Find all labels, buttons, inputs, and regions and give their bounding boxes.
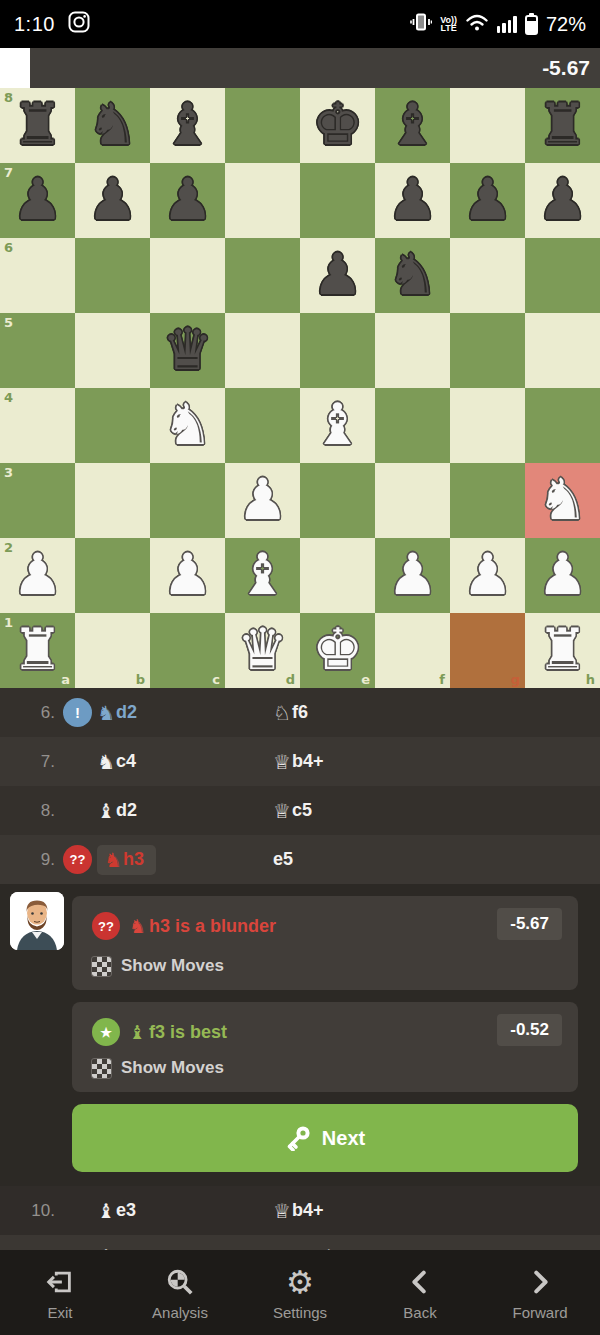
next-button[interactable]: Next: [72, 1104, 578, 1172]
instagram-notification-icon: [67, 10, 91, 38]
black-knight[interactable]: ♞: [75, 88, 150, 163]
white-knight[interactable]: ♞: [150, 388, 225, 463]
square-a6[interactable]: 6: [0, 238, 75, 313]
nav-item-exit[interactable]: Exit: [0, 1250, 120, 1335]
move-list: 6.!♞d2♘f67.♞c4♕b4+8.♝d2♕c59.??♞h3e5: [0, 688, 600, 884]
move-text: e5: [273, 849, 293, 870]
square-f2[interactable]: ♟: [375, 538, 450, 613]
square-h5[interactable]: [525, 313, 600, 388]
move-text: h3: [123, 849, 144, 870]
best-eval-badge: -0.52: [497, 1014, 562, 1046]
partial-move-row: ♝ ♛: [0, 1235, 600, 1250]
square-h2[interactable]: ♟: [525, 538, 600, 613]
white-move[interactable]: ♞c4: [97, 737, 136, 786]
forward-icon: [525, 1266, 555, 1298]
file-label-f: f: [439, 672, 445, 687]
square-f5[interactable]: [375, 313, 450, 388]
show-moves-button[interactable]: Show Moves: [92, 1058, 224, 1078]
square-a4[interactable]: 4: [0, 388, 75, 463]
best-move-star-icon: ★: [92, 1018, 120, 1046]
square-d6[interactable]: [225, 238, 300, 313]
white-pawn[interactable]: ♟: [525, 538, 600, 613]
move-text: c4: [116, 751, 136, 772]
square-c7[interactable]: ♟: [150, 163, 225, 238]
player-avatar: [10, 892, 64, 950]
nav-label: Exit: [47, 1304, 72, 1321]
square-c3[interactable]: [150, 463, 225, 538]
white-bishop[interactable]: ♝: [300, 388, 375, 463]
white-king[interactable]: ♚: [300, 613, 375, 688]
square-a7[interactable]: 7♟: [0, 163, 75, 238]
square-d3[interactable]: ♟: [225, 463, 300, 538]
square-d4[interactable]: [225, 388, 300, 463]
mini-board-icon: [92, 1059, 111, 1078]
move-number: 7.: [0, 737, 55, 786]
square-b2[interactable]: [75, 538, 150, 613]
bottom-navigation: ExitAnalysis⚙SettingsBackForward: [0, 1250, 600, 1335]
square-c4[interactable]: ♞: [150, 388, 225, 463]
evaluation-score: -5.67: [542, 48, 590, 88]
move-classification-icon: ??: [63, 845, 92, 874]
square-e6[interactable]: ♟: [300, 238, 375, 313]
square-g3[interactable]: [450, 463, 525, 538]
white-pawn[interactable]: ♟: [0, 538, 75, 613]
black-pawn[interactable]: ♟: [300, 238, 375, 313]
square-c6[interactable]: [150, 238, 225, 313]
white-pawn[interactable]: ♟: [450, 538, 525, 613]
knight-icon: ♞: [129, 915, 146, 937]
back-icon: [405, 1266, 435, 1298]
white-pawn[interactable]: ♟: [225, 463, 300, 538]
piece-icon: ♞: [104, 848, 122, 872]
evaluation-white-share: [0, 48, 30, 88]
black-bishop[interactable]: ♝: [150, 88, 225, 163]
black-pawn[interactable]: ♟: [375, 163, 450, 238]
square-e7[interactable]: [300, 163, 375, 238]
white-move[interactable]: ♞d2: [97, 688, 137, 737]
square-a1[interactable]: 1a♜: [0, 613, 75, 688]
clock-time: 1:10: [14, 13, 55, 36]
rank-label-3: 3: [4, 465, 13, 480]
key-icon: [285, 1125, 311, 1151]
square-a5[interactable]: 5: [0, 313, 75, 388]
analysis-panel: ?? ♞ h3 is a blunder -5.67 Show Moves ★ …: [0, 884, 600, 1186]
black-bishop[interactable]: ♝: [375, 88, 450, 163]
white-pawn[interactable]: ♟: [150, 538, 225, 613]
rank-label-4: 4: [4, 390, 13, 405]
nav-item-back[interactable]: Back: [360, 1250, 480, 1335]
square-c8[interactable]: ♝: [150, 88, 225, 163]
black-move[interactable]: e5: [273, 835, 293, 884]
move-number: 6.: [0, 688, 55, 737]
black-queen[interactable]: ♛: [150, 313, 225, 388]
move-row: 8.♝d2♕c5: [0, 786, 600, 835]
square-e2[interactable]: [300, 538, 375, 613]
move-text: d2: [116, 702, 137, 723]
square-g4[interactable]: [450, 388, 525, 463]
best-move-card[interactable]: ★ ♝ f3 is best -0.52 Show Moves: [72, 1002, 578, 1092]
chess-board[interactable]: ?? 8♜♞♝♚♝♜7♟♟♟♟♟♟6♟♞5♛4♞♝3♟♞2♟♟♝♟♟♟1a♜bc…: [0, 88, 600, 688]
square-f1[interactable]: f: [375, 613, 450, 688]
move-row: 7.♞c4♕b4+: [0, 737, 600, 786]
nav-label: Settings: [273, 1304, 327, 1321]
signal-strength-icon: [497, 16, 517, 33]
white-rook[interactable]: ♜: [525, 613, 600, 688]
square-g5[interactable]: [450, 313, 525, 388]
rank-label-6: 6: [4, 240, 13, 255]
black-pawn[interactable]: ♟: [525, 163, 600, 238]
exit-icon: [45, 1266, 75, 1298]
white-knight[interactable]: ♞: [525, 463, 600, 538]
square-g1[interactable]: g: [450, 613, 525, 688]
black-pawn[interactable]: ♟: [450, 163, 525, 238]
black-rook[interactable]: ♜: [0, 88, 75, 163]
move-text: f6: [292, 702, 308, 723]
square-d1[interactable]: d♛: [225, 613, 300, 688]
analysis-icon: [165, 1266, 195, 1298]
square-d8[interactable]: [225, 88, 300, 163]
black-pawn[interactable]: ♟: [150, 163, 225, 238]
file-label-b: b: [136, 672, 145, 687]
white-queen[interactable]: ♛: [225, 613, 300, 688]
rank-label-5: 5: [4, 315, 13, 330]
move-text: e3: [116, 1200, 136, 1221]
square-g7[interactable]: ♟: [450, 163, 525, 238]
piece-icon: ♝: [97, 1199, 115, 1223]
square-f7[interactable]: ♟: [375, 163, 450, 238]
square-g2[interactable]: ♟: [450, 538, 525, 613]
white-pawn[interactable]: ♟: [375, 538, 450, 613]
square-c5[interactable]: ♛: [150, 313, 225, 388]
square-f3[interactable]: [375, 463, 450, 538]
square-d5[interactable]: [225, 313, 300, 388]
move-classification-icon: !: [63, 698, 92, 727]
square-e8[interactable]: ♚: [300, 88, 375, 163]
show-moves-button[interactable]: Show Moves: [92, 956, 224, 976]
nav-item-forward[interactable]: Forward: [480, 1250, 600, 1335]
square-b3[interactable]: [75, 463, 150, 538]
square-f4[interactable]: [375, 388, 450, 463]
white-rook[interactable]: ♜: [0, 613, 75, 688]
black-move[interactable]: ♘f6: [273, 688, 308, 737]
nav-label: Back: [403, 1304, 436, 1321]
square-h6[interactable]: [525, 238, 600, 313]
black-king[interactable]: ♚: [300, 88, 375, 163]
nav-item-analysis[interactable]: Analysis: [120, 1250, 240, 1335]
square-h4[interactable]: [525, 388, 600, 463]
square-b1[interactable]: b: [75, 613, 150, 688]
square-g8[interactable]: [450, 88, 525, 163]
square-b4[interactable]: [75, 388, 150, 463]
move-number: 8.: [0, 786, 55, 835]
nav-label: Forward: [512, 1304, 567, 1321]
square-c2[interactable]: ♟: [150, 538, 225, 613]
battery-icon: [525, 15, 538, 35]
file-label-c: c: [212, 672, 220, 687]
square-d2[interactable]: ♝: [225, 538, 300, 613]
move-number: 10.: [0, 1186, 55, 1235]
black-move[interactable]: ♕b4+: [273, 737, 323, 786]
square-e1[interactable]: e♚: [300, 613, 375, 688]
move-row: 6.!♞d2♘f6: [0, 688, 600, 737]
white-move[interactable]: ♝d2: [97, 786, 137, 835]
blunder-card-title: h3 is a blunder: [149, 916, 276, 937]
move-number: 9.: [0, 835, 55, 884]
move-row-10: 10.♝e3♕b4+: [0, 1186, 600, 1235]
black-rook[interactable]: ♜: [525, 88, 600, 163]
blunder-classification-icon: ??: [92, 912, 120, 940]
move-text: d2: [116, 800, 137, 821]
app-screen: 1:10 Vo))LTE: [0, 0, 600, 1335]
square-h3[interactable]: ♞: [525, 463, 600, 538]
file-label-g: g: [511, 672, 520, 687]
black-pawn[interactable]: ♟: [75, 163, 150, 238]
square-b6[interactable]: [75, 238, 150, 313]
square-b7[interactable]: ♟: [75, 163, 150, 238]
square-h1[interactable]: h♜: [525, 613, 600, 688]
wifi-icon: [465, 12, 489, 36]
white-bishop[interactable]: ♝: [225, 538, 300, 613]
square-e5[interactable]: [300, 313, 375, 388]
square-e4[interactable]: ♝: [300, 388, 375, 463]
vibrate-icon: [410, 11, 432, 37]
square-f6[interactable]: ♞: [375, 238, 450, 313]
black-move[interactable]: ♕b4+: [273, 1186, 323, 1235]
piece-icon: ♞: [97, 750, 115, 774]
piece-icon: ♕: [273, 750, 291, 774]
square-h8[interactable]: ♜: [525, 88, 600, 163]
piece-icon: ♘: [273, 701, 291, 725]
mini-board-icon: [92, 957, 111, 976]
piece-icon: ♝: [97, 799, 115, 823]
square-b8[interactable]: ♞: [75, 88, 150, 163]
square-a2[interactable]: 2♟: [0, 538, 75, 613]
status-bar: 1:10 Vo))LTE: [0, 0, 600, 48]
piece-icon: ♕: [273, 1199, 291, 1223]
blunder-eval-badge: -5.67: [497, 908, 562, 940]
blunder-card[interactable]: ?? ♞ h3 is a blunder -5.67 Show Moves: [72, 896, 578, 990]
square-h7[interactable]: ♟: [525, 163, 600, 238]
piece-icon: ♕: [273, 799, 291, 823]
black-knight[interactable]: ♞: [375, 238, 450, 313]
nav-item-settings[interactable]: ⚙Settings: [240, 1250, 360, 1335]
evaluation-bar: -5.67: [0, 48, 600, 88]
square-a3[interactable]: 3: [0, 463, 75, 538]
square-f8[interactable]: ♝: [375, 88, 450, 163]
volte-icon: Vo))LTE: [440, 16, 457, 32]
black-move[interactable]: ♕c5: [273, 786, 312, 835]
move-text: b4+: [292, 751, 324, 772]
square-d7[interactable]: [225, 163, 300, 238]
square-b5[interactable]: [75, 313, 150, 388]
black-pawn[interactable]: ♟: [0, 163, 75, 238]
settings-icon: ⚙: [286, 1266, 314, 1298]
move-row: 10.♝e3♕b4+: [0, 1186, 600, 1235]
white-move[interactable]: ♝e3: [97, 1186, 136, 1235]
square-e3[interactable]: [300, 463, 375, 538]
nav-label: Analysis: [152, 1304, 208, 1321]
square-g6[interactable]: [450, 238, 525, 313]
square-a8[interactable]: 8♜: [0, 88, 75, 163]
square-c1[interactable]: c: [150, 613, 225, 688]
white-move[interactable]: ♞h3: [97, 835, 156, 884]
move-text: b4+: [292, 1200, 324, 1221]
piece-icon: ♞: [97, 701, 115, 725]
move-row: 9.??♞h3e5: [0, 835, 600, 884]
battery-percent: 72%: [546, 13, 586, 36]
move-text: c5: [292, 800, 312, 821]
best-card-title: f3 is best: [149, 1022, 227, 1043]
bishop-icon: ♝: [129, 1021, 146, 1043]
